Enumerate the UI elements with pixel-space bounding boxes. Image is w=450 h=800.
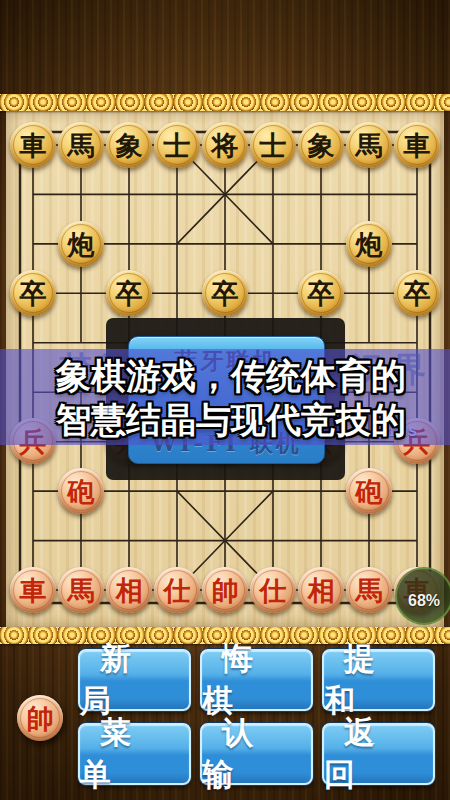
banner-text-line1: 象棋游戏，传统体育的 <box>56 356 406 396</box>
piece-帥[interactable]: 帥 <box>202 567 248 613</box>
piece-仕[interactable]: 仕 <box>250 567 296 613</box>
piece-卒[interactable]: 卒 <box>394 270 440 316</box>
game-screen: 楚河 汉界 車馬象士将士象馬車炮炮卒卒卒卒卒兵兵兵兵兵砲砲車馬相仕帥仕相馬車 蓝… <box>0 0 450 800</box>
piece-将[interactable]: 将 <box>202 122 248 168</box>
resign-button[interactable]: 认输 <box>200 723 313 785</box>
piece-馬[interactable]: 馬 <box>346 567 392 613</box>
piece-卒[interactable]: 卒 <box>298 270 344 316</box>
undo-move-button[interactable]: 悔棋 <box>200 649 313 711</box>
piece-炮[interactable]: 炮 <box>346 221 392 267</box>
progress-badge: 68% <box>395 567 450 625</box>
piece-相[interactable]: 相 <box>298 567 344 613</box>
new-game-button[interactable]: 新局 <box>78 649 191 711</box>
piece-砲[interactable]: 砲 <box>346 468 392 514</box>
board-top-edge <box>0 94 450 111</box>
menu-button[interactable]: 菜单 <box>78 723 191 785</box>
piece-馬[interactable]: 馬 <box>58 567 104 613</box>
piece-象[interactable]: 象 <box>298 122 344 168</box>
piece-車[interactable]: 車 <box>10 567 56 613</box>
piece-象[interactable]: 象 <box>106 122 152 168</box>
piece-卒[interactable]: 卒 <box>10 270 56 316</box>
piece-炮[interactable]: 炮 <box>58 221 104 267</box>
piece-士[interactable]: 士 <box>154 122 200 168</box>
piece-馬[interactable]: 馬 <box>346 122 392 168</box>
piece-仕[interactable]: 仕 <box>154 567 200 613</box>
piece-相[interactable]: 相 <box>106 567 152 613</box>
title-banner: 象棋游戏，传统体育的 智慧结晶与现代竞技的 <box>0 349 450 445</box>
offer-draw-button[interactable]: 提和 <box>322 649 435 711</box>
turn-indicator-piece: 帥 <box>17 695 63 741</box>
piece-士[interactable]: 士 <box>250 122 296 168</box>
piece-車[interactable]: 車 <box>394 122 440 168</box>
piece-卒[interactable]: 卒 <box>202 270 248 316</box>
piece-砲[interactable]: 砲 <box>58 468 104 514</box>
piece-車[interactable]: 車 <box>10 122 56 168</box>
piece-卒[interactable]: 卒 <box>106 270 152 316</box>
back-button[interactable]: 返回 <box>322 723 435 785</box>
progress-badge-value: 68% <box>408 592 440 610</box>
banner-text-line2: 智慧结晶与现代竞技的 <box>56 400 406 440</box>
piece-馬[interactable]: 馬 <box>58 122 104 168</box>
